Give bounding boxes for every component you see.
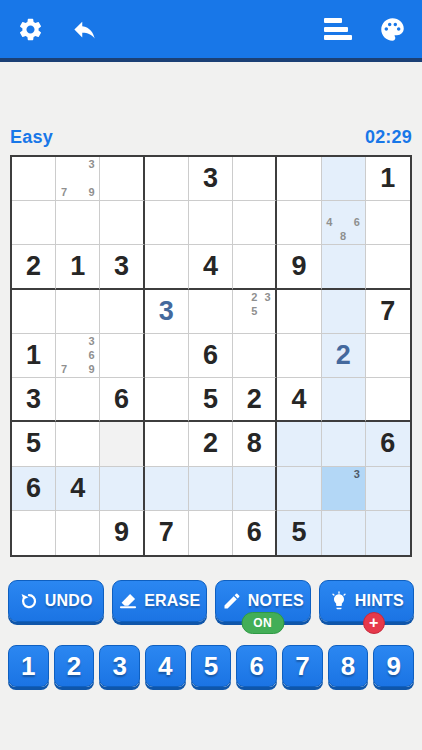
cell-r9c4[interactable]: 7 bbox=[145, 511, 189, 555]
cell-r7c5[interactable]: 2 bbox=[189, 422, 233, 466]
given-digit: 4 bbox=[291, 386, 306, 413]
given-digit: 6 bbox=[247, 519, 262, 546]
num-button-5[interactable]: 5 bbox=[191, 645, 232, 687]
pencil-notes: 379 bbox=[57, 158, 98, 199]
given-digit: 1 bbox=[26, 342, 41, 369]
app-root: Easy 02:29 37931468213493235713679623652… bbox=[0, 0, 422, 750]
cell-r5c4[interactable] bbox=[145, 334, 189, 378]
cell-r2c7[interactable] bbox=[277, 201, 321, 245]
pencil-icon bbox=[222, 591, 242, 611]
notes-on-badge: ON bbox=[241, 612, 284, 634]
cell-r4c2[interactable] bbox=[56, 290, 100, 334]
cell-r5c7[interactable] bbox=[277, 334, 321, 378]
cell-r8c3[interactable] bbox=[100, 467, 144, 511]
cell-r1c1[interactable] bbox=[12, 157, 56, 201]
given-digit: 7 bbox=[380, 298, 395, 325]
cell-r1c7[interactable] bbox=[277, 157, 321, 201]
num-button-4[interactable]: 4 bbox=[145, 645, 186, 687]
cell-r5c5[interactable]: 6 bbox=[189, 334, 233, 378]
given-digit: 2 bbox=[203, 430, 218, 457]
cell-r6c7[interactable]: 4 bbox=[277, 378, 321, 422]
cell-r3c4[interactable] bbox=[145, 245, 189, 289]
cell-r3c9[interactable] bbox=[366, 245, 410, 289]
num-button-3[interactable]: 3 bbox=[99, 645, 140, 687]
header-left-icons bbox=[14, 13, 100, 45]
cell-r9c7[interactable]: 5 bbox=[277, 511, 321, 555]
hints-button[interactable]: HINTS + bbox=[319, 580, 415, 622]
cell-r4c9[interactable]: 7 bbox=[366, 290, 410, 334]
cell-r6c3[interactable]: 6 bbox=[100, 378, 144, 422]
back-button[interactable] bbox=[68, 13, 100, 45]
cell-r8c8[interactable]: 3 bbox=[322, 467, 366, 511]
cell-r2c4[interactable] bbox=[145, 201, 189, 245]
user-digit: 3 bbox=[159, 298, 174, 325]
cell-r1c3[interactable] bbox=[100, 157, 144, 201]
cell-r6c6[interactable]: 2 bbox=[233, 378, 277, 422]
notes-label: NOTES bbox=[248, 592, 304, 610]
given-digit: 6 bbox=[26, 475, 41, 502]
cell-r3c5[interactable]: 4 bbox=[189, 245, 233, 289]
given-digit: 6 bbox=[380, 430, 395, 457]
cell-r3c3[interactable]: 3 bbox=[100, 245, 144, 289]
cell-r5c6[interactable] bbox=[233, 334, 277, 378]
cell-r7c8[interactable] bbox=[322, 422, 366, 466]
num-button-7[interactable]: 7 bbox=[282, 645, 323, 687]
undo-button[interactable]: UNDO bbox=[8, 580, 104, 622]
cell-r8c9[interactable] bbox=[366, 467, 410, 511]
given-digit: 6 bbox=[203, 342, 218, 369]
cell-r6c9[interactable] bbox=[366, 378, 410, 422]
user-digit: 2 bbox=[336, 342, 351, 369]
sudoku-board: 3793146821349323571367962365245286643976… bbox=[10, 155, 412, 557]
cell-r9c1[interactable] bbox=[12, 511, 56, 555]
cell-r9c9[interactable] bbox=[366, 511, 410, 555]
eraser-icon bbox=[118, 591, 138, 611]
cell-r2c8[interactable]: 468 bbox=[322, 201, 366, 245]
given-digit: 6 bbox=[114, 386, 129, 413]
erase-button[interactable]: ERASE bbox=[112, 580, 208, 622]
difficulty-label: Easy bbox=[10, 127, 53, 148]
given-digit: 2 bbox=[247, 386, 262, 413]
status-row: Easy 02:29 bbox=[10, 127, 412, 148]
back-arrow-icon bbox=[71, 16, 98, 43]
cell-r6c8[interactable] bbox=[322, 378, 366, 422]
cell-r5c3[interactable] bbox=[100, 334, 144, 378]
cell-r1c5[interactable]: 3 bbox=[189, 157, 233, 201]
cell-r1c9[interactable]: 1 bbox=[366, 157, 410, 201]
given-digit: 7 bbox=[159, 519, 174, 546]
gear-icon bbox=[17, 16, 44, 43]
given-digit: 5 bbox=[203, 386, 218, 413]
cell-r9c6[interactable]: 6 bbox=[233, 511, 277, 555]
cell-r8c7[interactable] bbox=[277, 467, 321, 511]
pencil-notes: 3679 bbox=[57, 335, 98, 376]
lightbulb-icon bbox=[329, 591, 349, 611]
num-button-9[interactable]: 9 bbox=[373, 645, 414, 687]
stats-bars-icon bbox=[324, 18, 352, 40]
undo-label: UNDO bbox=[45, 592, 93, 610]
given-digit: 9 bbox=[114, 519, 129, 546]
cell-r9c3[interactable]: 9 bbox=[100, 511, 144, 555]
cell-r8c5[interactable] bbox=[189, 467, 233, 511]
cell-r5c9[interactable] bbox=[366, 334, 410, 378]
num-button-1[interactable]: 1 bbox=[8, 645, 49, 687]
header-right-icons bbox=[322, 13, 408, 45]
cell-r8c6[interactable] bbox=[233, 467, 277, 511]
hints-label: HINTS bbox=[355, 592, 404, 610]
undo-icon bbox=[19, 591, 39, 611]
header-bar bbox=[0, 0, 422, 58]
cell-r4c6[interactable]: 235 bbox=[233, 290, 277, 334]
cell-r8c4[interactable] bbox=[145, 467, 189, 511]
cell-r1c2[interactable]: 379 bbox=[56, 157, 100, 201]
cell-r9c8[interactable] bbox=[322, 511, 366, 555]
cell-r7c4[interactable] bbox=[145, 422, 189, 466]
cell-r3c7[interactable]: 9 bbox=[277, 245, 321, 289]
given-digit: 3 bbox=[26, 386, 41, 413]
given-digit: 1 bbox=[70, 253, 85, 280]
stats-button[interactable] bbox=[322, 13, 354, 45]
cell-r4c5[interactable] bbox=[189, 290, 233, 334]
cell-r2c9[interactable] bbox=[366, 201, 410, 245]
cell-r2c3[interactable] bbox=[100, 201, 144, 245]
cell-r2c6[interactable] bbox=[233, 201, 277, 245]
cell-r6c2[interactable] bbox=[56, 378, 100, 422]
cell-r5c1[interactable]: 1 bbox=[12, 334, 56, 378]
cell-r4c1[interactable] bbox=[12, 290, 56, 334]
cell-r4c8[interactable] bbox=[322, 290, 366, 334]
cell-r7c1[interactable]: 5 bbox=[12, 422, 56, 466]
cell-r6c5[interactable]: 5 bbox=[189, 378, 233, 422]
palette-icon bbox=[379, 16, 406, 43]
cell-r2c2[interactable] bbox=[56, 201, 100, 245]
cell-r7c9[interactable]: 6 bbox=[366, 422, 410, 466]
cell-r1c8[interactable] bbox=[322, 157, 366, 201]
cell-r1c6[interactable] bbox=[233, 157, 277, 201]
cell-r3c8[interactable] bbox=[322, 245, 366, 289]
given-digit: 5 bbox=[291, 519, 306, 546]
numpad: 123456789 bbox=[8, 645, 414, 687]
given-digit: 3 bbox=[114, 253, 129, 280]
given-digit: 3 bbox=[203, 165, 218, 192]
cell-r3c2[interactable]: 1 bbox=[56, 245, 100, 289]
cell-r9c2[interactable] bbox=[56, 511, 100, 555]
notes-button[interactable]: NOTES ON bbox=[215, 580, 311, 622]
header-stripe bbox=[0, 58, 422, 62]
cell-r2c5[interactable] bbox=[189, 201, 233, 245]
given-digit: 1 bbox=[380, 165, 395, 192]
cell-r7c6[interactable]: 8 bbox=[233, 422, 277, 466]
num-button-2[interactable]: 2 bbox=[54, 645, 95, 687]
cell-r2c1[interactable] bbox=[12, 201, 56, 245]
timer: 02:29 bbox=[365, 127, 412, 148]
pencil-notes: 235 bbox=[234, 291, 274, 332]
cell-r7c3[interactable] bbox=[100, 422, 144, 466]
cell-r7c7[interactable] bbox=[277, 422, 321, 466]
cell-r7c2[interactable] bbox=[56, 422, 100, 466]
hints-plus-badge: + bbox=[363, 612, 385, 634]
cell-r3c6[interactable] bbox=[233, 245, 277, 289]
cell-r4c3[interactable] bbox=[100, 290, 144, 334]
given-digit: 4 bbox=[70, 475, 85, 502]
pencil-notes: 468 bbox=[323, 202, 364, 243]
theme-button[interactable] bbox=[376, 13, 408, 45]
toolbar: UNDO ERASE NOTES ON HINTS + bbox=[8, 580, 414, 622]
given-digit: 9 bbox=[291, 253, 306, 280]
cell-r3c1[interactable]: 2 bbox=[12, 245, 56, 289]
cell-r5c8[interactable]: 2 bbox=[322, 334, 366, 378]
num-button-6[interactable]: 6 bbox=[236, 645, 277, 687]
erase-label: ERASE bbox=[144, 592, 200, 610]
cell-r4c4[interactable]: 3 bbox=[145, 290, 189, 334]
given-digit: 5 bbox=[26, 430, 41, 457]
pencil-notes: 3 bbox=[323, 468, 364, 509]
cell-r8c2[interactable]: 4 bbox=[56, 467, 100, 511]
cell-r9c5[interactable] bbox=[189, 511, 233, 555]
cell-r6c1[interactable]: 3 bbox=[12, 378, 56, 422]
given-digit: 4 bbox=[203, 253, 218, 280]
given-digit: 2 bbox=[26, 253, 41, 280]
cell-r5c2[interactable]: 3679 bbox=[56, 334, 100, 378]
num-button-8[interactable]: 8 bbox=[328, 645, 369, 687]
cell-r4c7[interactable] bbox=[277, 290, 321, 334]
cell-r8c1[interactable]: 6 bbox=[12, 467, 56, 511]
settings-button[interactable] bbox=[14, 13, 46, 45]
cell-r1c4[interactable] bbox=[145, 157, 189, 201]
given-digit: 8 bbox=[247, 430, 262, 457]
cell-r6c4[interactable] bbox=[145, 378, 189, 422]
